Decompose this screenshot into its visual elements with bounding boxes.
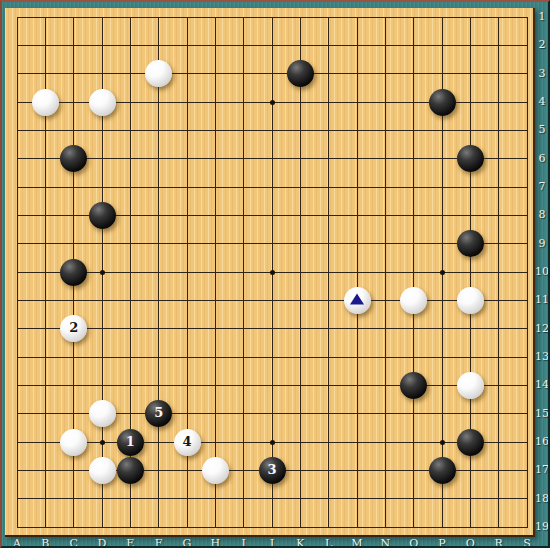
col-label-O: O [404,539,424,548]
col-label-Q: Q [460,539,480,548]
grid-line-horizontal [17,385,528,386]
star-point [270,440,275,445]
grid-line-vertical [413,17,414,528]
stone-white-Q14 [457,372,484,399]
stone-black-K3 [287,60,314,87]
stone-white-H17 [202,457,229,484]
star-point [270,100,275,105]
row-label-15: 15 [533,408,550,420]
grid-line-vertical [357,17,358,528]
col-label-I: I [234,539,254,548]
row-label-12: 12 [533,323,550,335]
col-label-J: J [262,539,282,548]
stone-white-D4 [89,89,116,116]
star-point [440,270,445,275]
grid-line-horizontal [17,158,528,159]
row-label-16: 16 [533,436,550,448]
star-point [100,440,105,445]
grid-line-vertical [17,17,18,528]
row-label-8: 8 [533,209,550,221]
row-label-1: 1 [533,11,550,23]
move-number-label: 5 [154,406,163,419]
grid-line-horizontal [17,527,528,528]
row-label-3: 3 [533,68,550,80]
stone-black-C10 [60,259,87,286]
grid-line-horizontal [17,357,528,358]
grid-line-horizontal [17,187,528,188]
stone-black-Q6 [457,145,484,172]
row-label-2: 2 [533,39,550,51]
grid-line-horizontal [17,45,528,46]
col-label-M: M [347,539,367,548]
grid-line-vertical [498,17,499,528]
col-label-F: F [149,539,169,548]
col-label-P: P [432,539,452,548]
col-label-S: S [517,539,537,548]
row-label-7: 7 [533,181,550,193]
stone-black-D8 [89,202,116,229]
grid-line-vertical [158,17,159,528]
grid-line-horizontal [17,328,528,329]
move-number-label: 2 [69,321,78,334]
stone-black-P4 [429,89,456,116]
move-number-label: 1 [126,435,135,448]
grid-line-horizontal [17,17,528,18]
row-label-6: 6 [533,153,550,165]
row-label-10: 10 [533,266,550,278]
grid-line-horizontal [17,73,528,74]
move-number-label: 4 [182,435,191,448]
stone-black-E16: 1 [117,429,144,456]
stone-white-O11 [400,287,427,314]
col-label-B: B [35,539,55,548]
stone-black-O14 [400,372,427,399]
stone-black-E17 [117,457,144,484]
grid-line-vertical [215,17,216,528]
row-label-17: 17 [533,464,550,476]
grid-line-vertical [300,17,301,528]
star-point [270,270,275,275]
col-label-D: D [92,539,112,548]
row-label-13: 13 [533,351,550,363]
col-label-A: A [7,539,27,548]
stone-white-M11 [344,287,371,314]
stone-black-Q16 [457,429,484,456]
col-label-G: G [177,539,197,548]
grid-line-horizontal [17,498,528,499]
grid-line-vertical [385,17,386,528]
grid-line-horizontal [17,243,528,244]
col-label-N: N [375,539,395,548]
grid-line-vertical [527,17,528,528]
stone-white-D17 [89,457,116,484]
row-label-19: 19 [533,521,550,533]
row-label-5: 5 [533,124,550,136]
col-label-R: R [489,539,509,548]
row-label-9: 9 [533,238,550,250]
row-label-11: 11 [533,294,550,306]
col-label-L: L [319,539,339,548]
row-label-18: 18 [533,493,550,505]
row-label-4: 4 [533,96,550,108]
move-number-label: 3 [267,463,276,476]
stone-white-B4 [32,89,59,116]
stone-white-C16 [60,429,87,456]
stone-black-J17: 3 [259,457,286,484]
goban-frame: 25143 ABCDEFGHIJKLMNOPQRS 12345678910111… [0,0,550,548]
stone-white-D15 [89,400,116,427]
grid-line-vertical [328,17,329,528]
col-label-K: K [290,539,310,548]
grid-line-vertical [243,17,244,528]
row-label-14: 14 [533,379,550,391]
stone-white-Q11 [457,287,484,314]
triangle-marker-icon [350,294,364,305]
grid-line-horizontal [17,300,528,301]
col-label-H: H [205,539,225,548]
stone-black-P17 [429,457,456,484]
star-point [440,440,445,445]
star-point [100,270,105,275]
col-label-C: C [64,539,84,548]
col-label-E: E [120,539,140,548]
stone-black-Q9 [457,230,484,257]
stone-white-G16: 4 [174,429,201,456]
grid-line-horizontal [17,130,528,131]
